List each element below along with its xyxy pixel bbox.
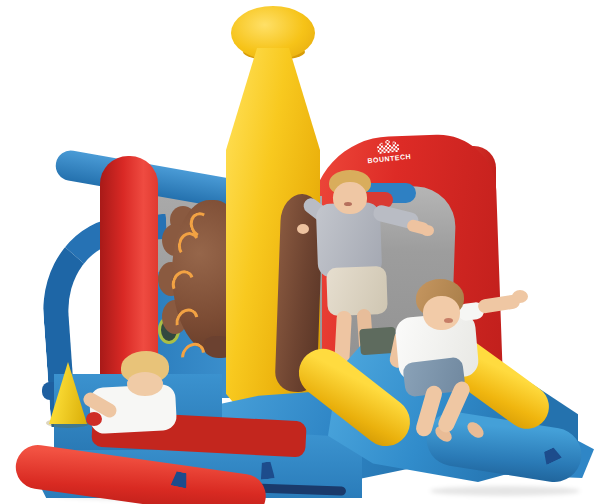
ground-shadow-right — [430, 486, 580, 496]
red-ball — [86, 412, 102, 426]
product-photo-bounce-house: BOUNTECH — [0, 0, 600, 504]
castle-logo-icon — [376, 138, 399, 154]
boy-jumping-shorts — [326, 266, 388, 316]
toddler-slide-mouth — [444, 318, 453, 323]
toddler-slide-face — [423, 296, 460, 330]
toddler-in-pool-face — [127, 372, 163, 396]
boy-jumping-right-hand — [421, 225, 434, 236]
boy-jumping-left-hand — [297, 224, 309, 234]
brand-logo-text: BOUNTECH — [367, 153, 411, 165]
brand-logo: BOUNTECH — [355, 136, 422, 177]
boy-jumping-face — [333, 182, 367, 214]
boy-jumping-mouth — [344, 202, 352, 206]
toddler-slide-right-hand — [512, 290, 528, 303]
